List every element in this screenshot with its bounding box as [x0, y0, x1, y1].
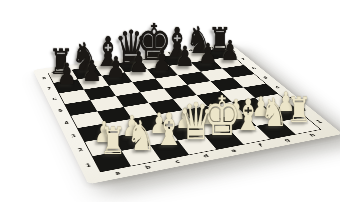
rank-label-2: 2 — [77, 148, 83, 152]
rank-label-8: 8 — [42, 77, 47, 80]
file-label-b: b — [79, 64, 84, 67]
file-label-d: d — [124, 58, 129, 61]
file-label-a: a — [56, 68, 61, 71]
rank-label-2: 2 — [301, 108, 308, 111]
file-label-f: f — [258, 144, 264, 148]
board-mat: abcdefgh abcdefgh 87654321 87654321 — [33, 43, 340, 185]
file-label-f: f — [168, 52, 172, 54]
rank-label-5: 5 — [58, 109, 64, 112]
rank-label-5: 5 — [263, 76, 269, 79]
file-label-g: g — [188, 49, 193, 51]
file-label-e: e — [230, 149, 237, 153]
file-label-e: e — [146, 55, 151, 57]
rank-label-4: 4 — [275, 86, 282, 89]
rank-label-7: 7 — [47, 87, 52, 90]
rank-label-3: 3 — [287, 97, 294, 100]
rank-label-1: 1 — [316, 120, 323, 124]
rank-label-6: 6 — [52, 98, 57, 101]
photo-background: abcdefgh abcdefgh 87654321 87654321 — [0, 0, 340, 202]
rank-label-6: 6 — [251, 67, 257, 70]
file-label-h: h — [208, 46, 213, 48]
rank-label-4: 4 — [64, 121, 70, 125]
chess-set-photo: abcdefgh abcdefgh 87654321 87654321 ♜♞♝♛… — [0, 0, 340, 202]
rank-label-8: 8 — [231, 50, 237, 52]
rank-label-7: 7 — [241, 58, 247, 60]
file-label-c: c — [102, 61, 107, 63]
file-label-g: g — [283, 138, 291, 142]
file-label-a: a — [114, 171, 121, 176]
rank-label-1: 1 — [85, 163, 92, 168]
rank-label-3: 3 — [70, 134, 76, 138]
file-label-b: b — [145, 165, 152, 170]
file-label-d: d — [202, 154, 210, 158]
file-label-h: h — [309, 134, 317, 138]
file-label-c: c — [174, 160, 181, 164]
